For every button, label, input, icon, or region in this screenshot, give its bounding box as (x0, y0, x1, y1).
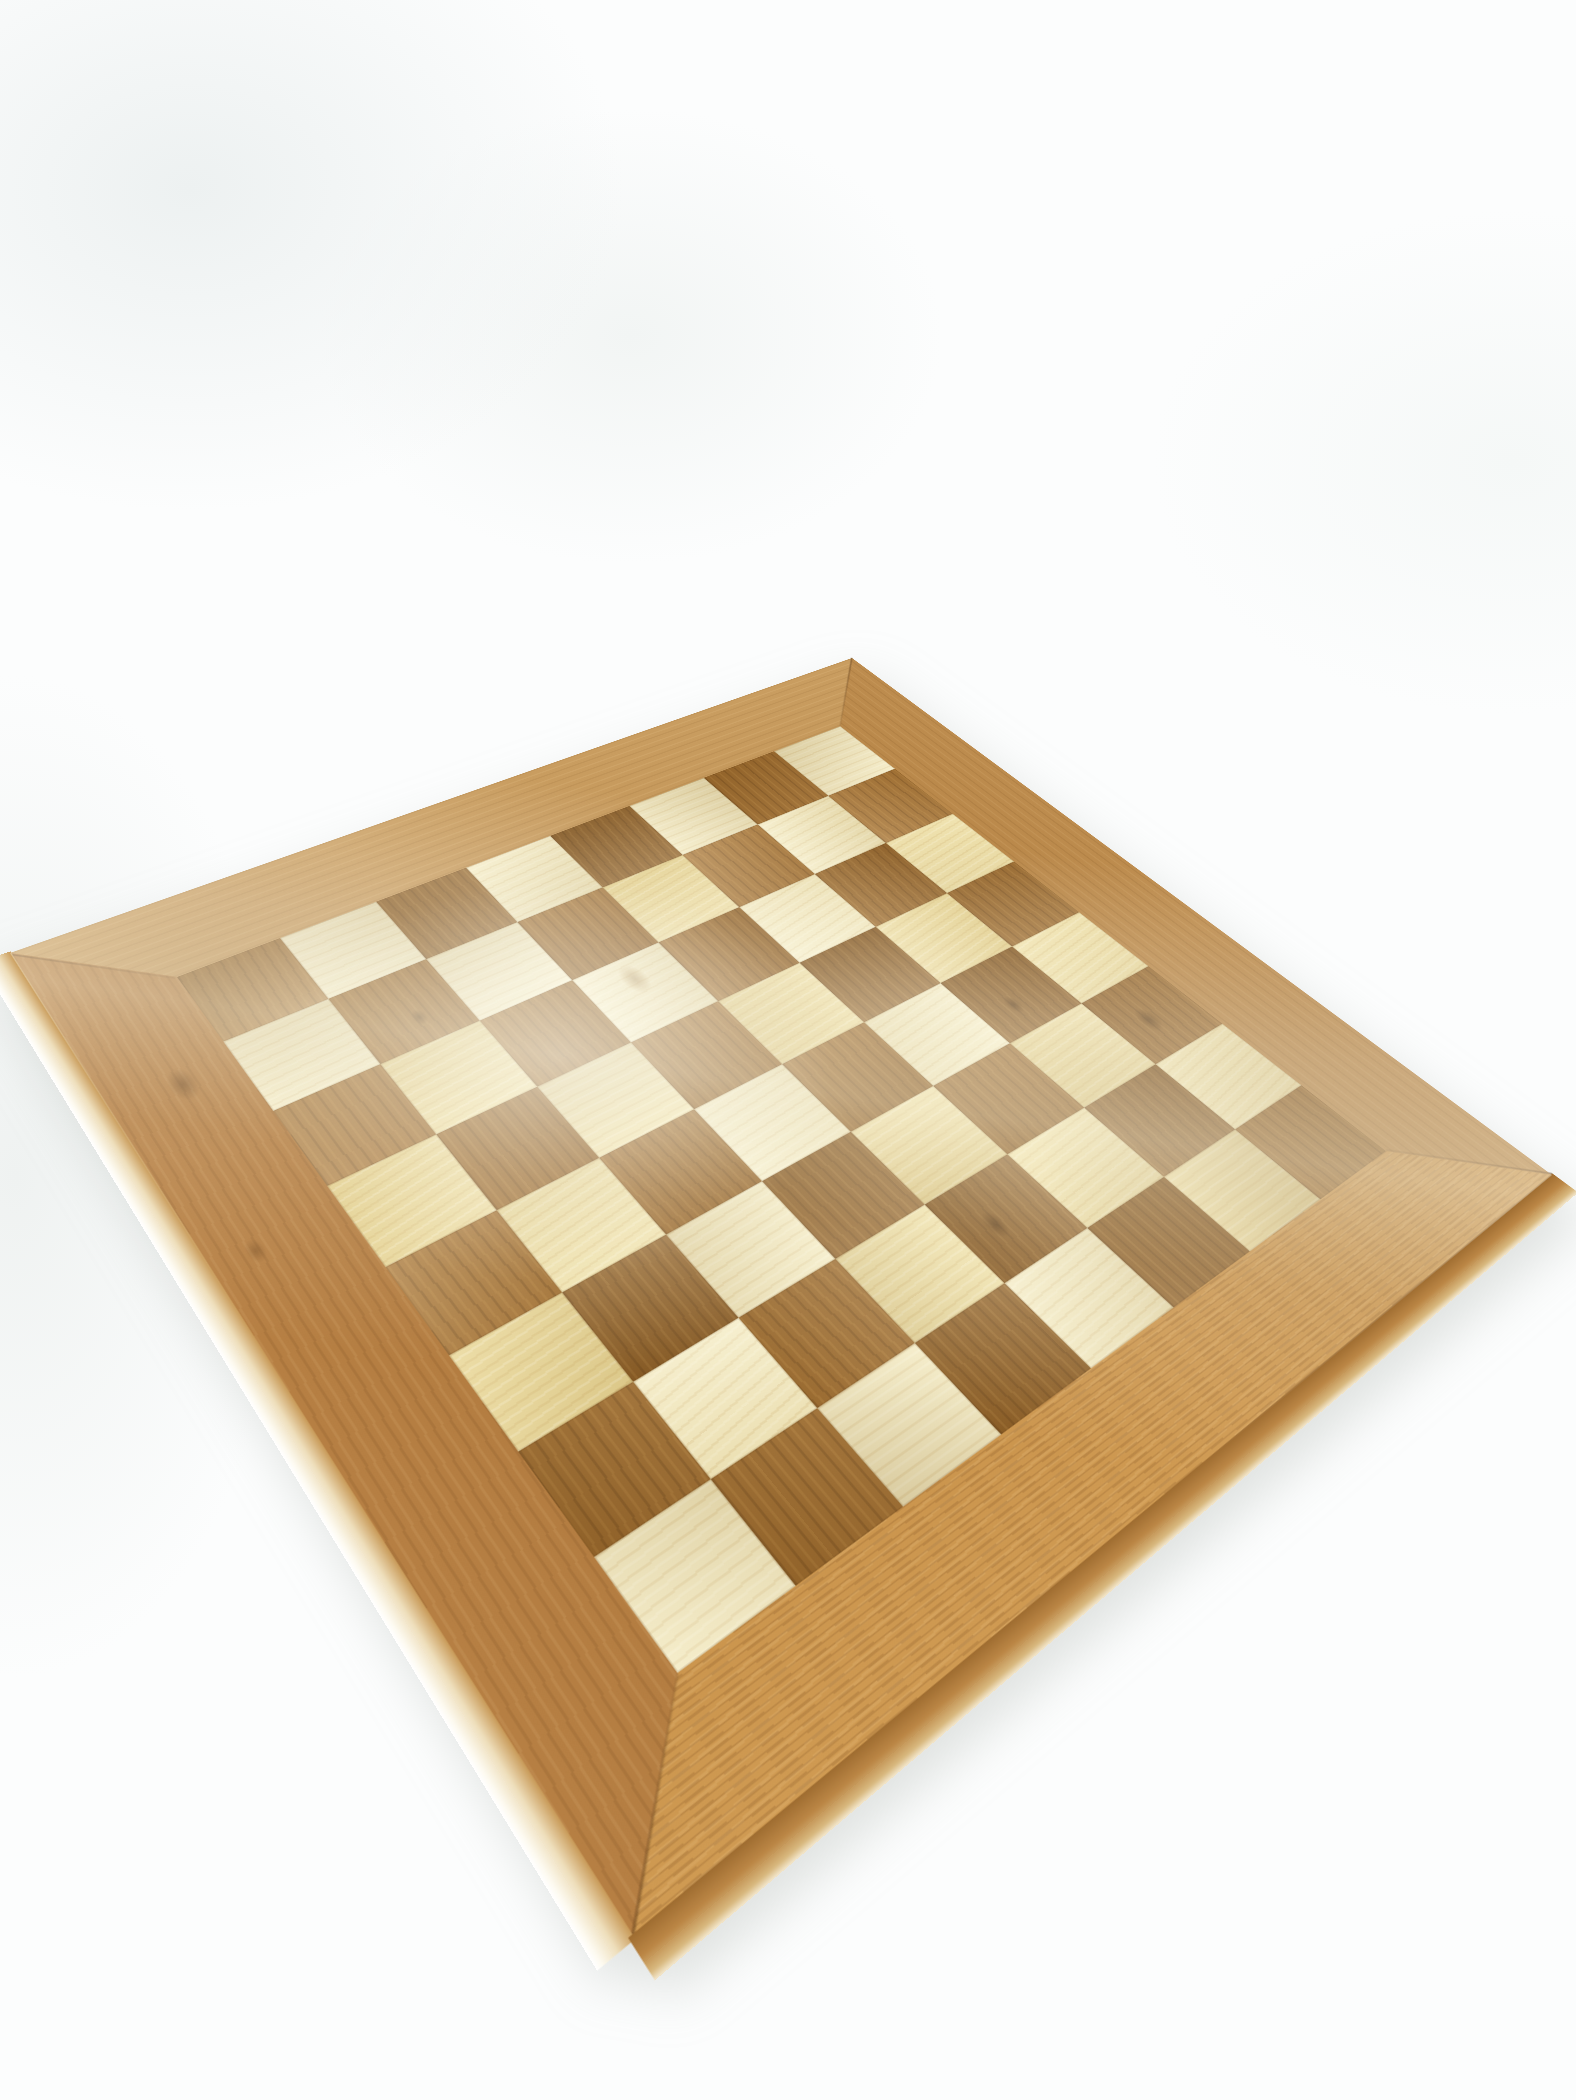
board-wrapper (0, 0, 1576, 2100)
chessboard (10, 658, 1552, 1937)
photo-background (0, 0, 1576, 2100)
